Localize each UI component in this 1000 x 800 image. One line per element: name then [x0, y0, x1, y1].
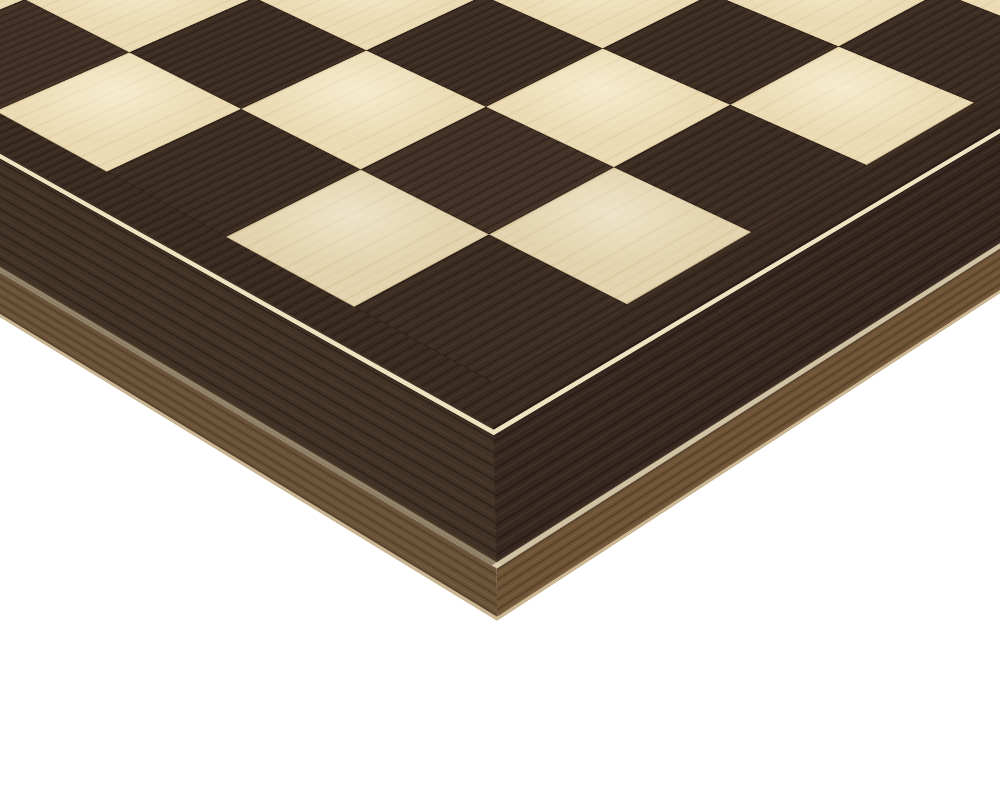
square-4-7 [730, 47, 974, 166]
square-4-6 [603, 0, 839, 105]
square-7-2 [0, 0, 25, 54]
square-6-4 [129, 0, 366, 109]
square-5-6 [486, 48, 730, 167]
square-7-4 [0, 52, 241, 171]
edge-highlight-left [0, 0, 502, 568]
edge-highlight-right [492, 0, 1000, 568]
squares-grid [0, 0, 1000, 382]
square-5-7 [614, 105, 867, 232]
square-6-7 [489, 167, 751, 304]
square-2-7 [940, 0, 1000, 45]
square-7-7 [354, 234, 627, 382]
square-5-4 [254, 0, 483, 50]
square-3-6 [712, 0, 940, 47]
photo-background [0, 0, 1000, 800]
square-4-5 [483, 0, 712, 48]
square-7-5 [107, 109, 361, 237]
chess-board [0, 0, 1000, 568]
square-3-7 [839, 0, 1000, 103]
square-6-6 [361, 107, 614, 235]
square-5-5 [366, 0, 602, 107]
board-top-surface [0, 0, 1000, 568]
square-6-3 [25, 0, 255, 52]
square-7-6 [226, 169, 489, 306]
square-7-3 [0, 0, 129, 111]
square-6-5 [241, 50, 486, 169]
